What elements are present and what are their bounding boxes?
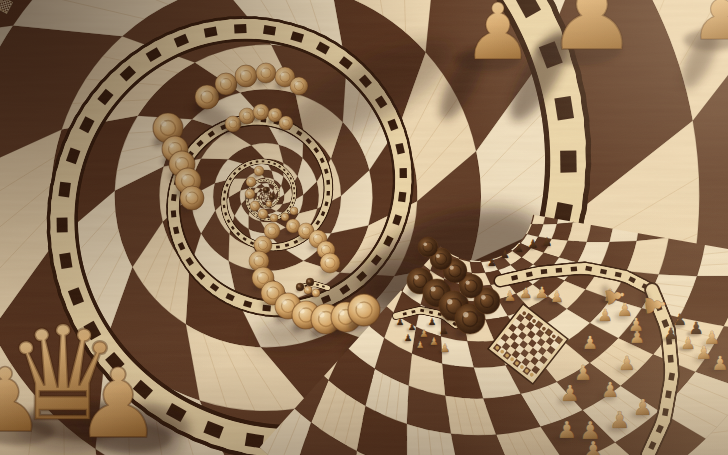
bottom-shade (0, 0, 728, 455)
fractal-chessboard-image: ♟♟♟♟♟♟♟♟♟♟♟♟♟♟♟♟♟♟♟♟♟♟♟♟♟♟♟♟♟♟♟♟♟♟♟♟♟♟♟♟… (0, 0, 728, 455)
droste-spiral-chessboard-graphic: ♟♟♟♟♟♟♟♟♟♟♟♟♟♟♟♟♟♟♟♟♟♟♟♟♟♟♟♟♟♟♟♟♟♟♟♟♟♟♟♟… (0, 0, 728, 455)
